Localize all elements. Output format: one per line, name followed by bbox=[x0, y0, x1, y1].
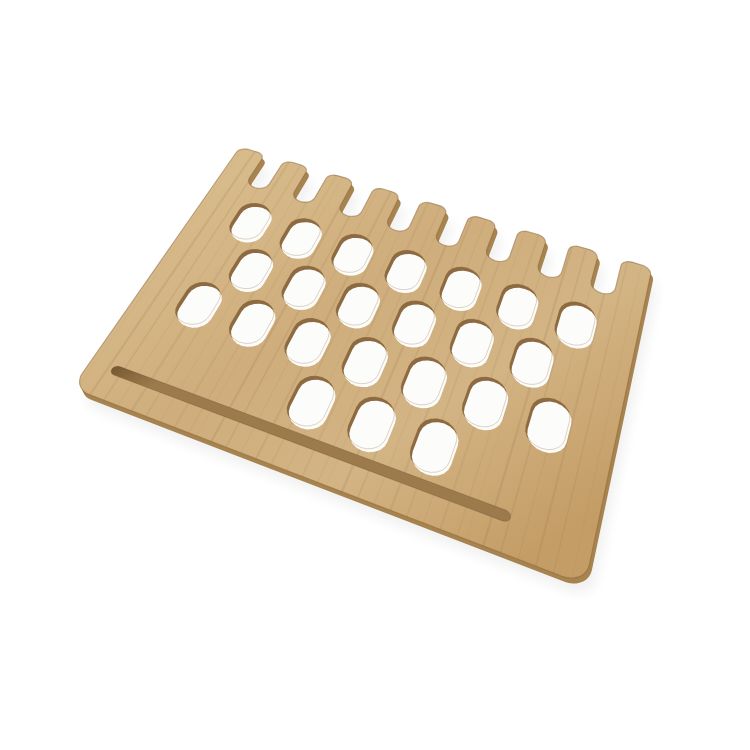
bamboo-board-photo-canvas bbox=[0, 0, 750, 750]
hole-opening bbox=[557, 306, 597, 349]
product-photo-bamboo-organizer bbox=[0, 0, 750, 750]
